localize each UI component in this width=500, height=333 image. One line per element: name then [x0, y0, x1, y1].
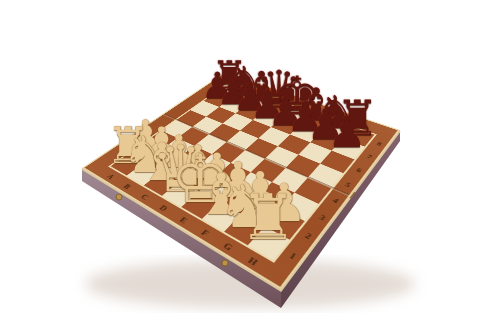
file-label-h: H — [246, 255, 260, 267]
rank-label-6: 6 — [355, 166, 363, 173]
brass-latch — [222, 260, 228, 266]
rank-label-7: 7 — [366, 153, 374, 160]
piece-white-rook-h1[interactable]: ♜ — [240, 187, 296, 250]
rank-label-4: 4 — [331, 196, 340, 204]
file-label-g: G — [222, 241, 235, 252]
brass-latch — [116, 194, 122, 200]
chess-set-photo: ABCDEFGH12345678 ♜♞♝♛♚♝♞♜♟♟♟♟♟♟♟♟♟♟♟♟♟♟♟… — [0, 0, 500, 333]
rank-label-3: 3 — [318, 213, 328, 222]
file-label-f: F — [199, 228, 211, 238]
piece-black-pawn-h7[interactable]: ♟ — [328, 111, 367, 155]
file-label-c: C — [139, 192, 151, 201]
rank-label-5: 5 — [344, 181, 353, 189]
